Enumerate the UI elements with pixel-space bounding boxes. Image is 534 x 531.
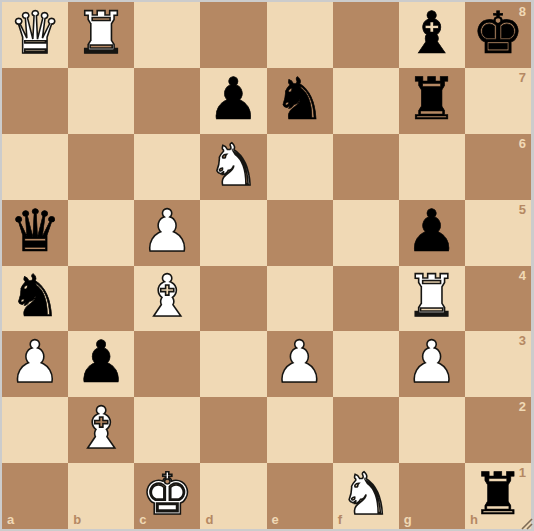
piece-white-king[interactable]: ♚ <box>141 465 193 523</box>
piece-white-rook[interactable]: ♜ <box>75 4 127 62</box>
square-e8[interactable] <box>267 2 333 68</box>
square-f6[interactable] <box>333 134 399 200</box>
piece-black-queen[interactable]: ♛ <box>9 202 61 260</box>
square-a6[interactable] <box>2 134 68 200</box>
resize-handle-icon[interactable] <box>519 516 533 530</box>
rank-label-7: 7 <box>519 71 526 84</box>
piece-black-king[interactable]: ♚ <box>472 4 524 62</box>
square-b8[interactable]: ♜ <box>68 2 134 68</box>
square-e5[interactable] <box>267 200 333 266</box>
square-c3[interactable] <box>134 331 200 397</box>
square-h6[interactable]: 6 <box>465 134 531 200</box>
square-a4[interactable]: ♞ <box>2 266 68 332</box>
piece-white-knight[interactable]: ♞ <box>340 465 392 523</box>
piece-white-pawn[interactable]: ♟ <box>9 333 61 391</box>
square-a7[interactable] <box>2 68 68 134</box>
file-label-g: g <box>404 513 412 526</box>
square-a8[interactable]: ♛ <box>2 2 68 68</box>
square-g6[interactable] <box>399 134 465 200</box>
square-d5[interactable] <box>200 200 266 266</box>
square-c2[interactable] <box>134 397 200 463</box>
rank-label-4: 4 <box>519 269 526 282</box>
file-label-b: b <box>73 513 81 526</box>
square-f2[interactable] <box>333 397 399 463</box>
piece-white-rook[interactable]: ♜ <box>406 267 458 325</box>
piece-black-rook[interactable]: ♜ <box>406 70 458 128</box>
square-g1[interactable]: g <box>399 463 465 529</box>
piece-white-pawn[interactable]: ♟ <box>141 202 193 260</box>
square-f7[interactable] <box>333 68 399 134</box>
square-g7[interactable]: ♜ <box>399 68 465 134</box>
square-g4[interactable]: ♜ <box>399 266 465 332</box>
piece-black-bishop[interactable]: ♝ <box>406 4 458 62</box>
square-e4[interactable] <box>267 266 333 332</box>
square-b5[interactable] <box>68 200 134 266</box>
square-b1[interactable]: b <box>68 463 134 529</box>
square-d4[interactable] <box>200 266 266 332</box>
piece-black-pawn[interactable]: ♟ <box>207 70 259 128</box>
chess-board: ♛♜♝♚8♟♞♜7♞6♛♟♟5♞♝♜4♟♟♟♟3♝2ab♚cde♞fg♜1h <box>2 2 531 529</box>
square-g2[interactable] <box>399 397 465 463</box>
piece-white-bishop[interactable]: ♝ <box>141 267 193 325</box>
square-h4[interactable]: 4 <box>465 266 531 332</box>
square-h8[interactable]: ♚8 <box>465 2 531 68</box>
square-a3[interactable]: ♟ <box>2 331 68 397</box>
rank-label-3: 3 <box>519 334 526 347</box>
square-b4[interactable] <box>68 266 134 332</box>
piece-white-queen[interactable]: ♛ <box>9 4 61 62</box>
square-d8[interactable] <box>200 2 266 68</box>
square-g8[interactable]: ♝ <box>399 2 465 68</box>
square-b7[interactable] <box>68 68 134 134</box>
square-d6[interactable]: ♞ <box>200 134 266 200</box>
square-c6[interactable] <box>134 134 200 200</box>
square-h7[interactable]: 7 <box>465 68 531 134</box>
square-g3[interactable]: ♟ <box>399 331 465 397</box>
square-h5[interactable]: 5 <box>465 200 531 266</box>
square-a5[interactable]: ♛ <box>2 200 68 266</box>
piece-white-pawn[interactable]: ♟ <box>274 333 326 391</box>
square-c7[interactable] <box>134 68 200 134</box>
piece-black-pawn[interactable]: ♟ <box>75 333 127 391</box>
piece-black-pawn[interactable]: ♟ <box>406 202 458 260</box>
square-d1[interactable]: d <box>200 463 266 529</box>
square-a2[interactable] <box>2 397 68 463</box>
piece-black-knight[interactable]: ♞ <box>9 267 61 325</box>
square-d3[interactable] <box>200 331 266 397</box>
square-d7[interactable]: ♟ <box>200 68 266 134</box>
square-b2[interactable]: ♝ <box>68 397 134 463</box>
rank-label-2: 2 <box>519 400 526 413</box>
square-b3[interactable]: ♟ <box>68 331 134 397</box>
square-a1[interactable]: a <box>2 463 68 529</box>
square-d2[interactable] <box>200 397 266 463</box>
square-f4[interactable] <box>333 266 399 332</box>
square-g5[interactable]: ♟ <box>399 200 465 266</box>
piece-white-pawn[interactable]: ♟ <box>406 333 458 391</box>
square-f3[interactable] <box>333 331 399 397</box>
piece-white-bishop[interactable]: ♝ <box>75 399 127 457</box>
rank-label-6: 6 <box>519 137 526 150</box>
square-c4[interactable]: ♝ <box>134 266 200 332</box>
board-frame: ♛♜♝♚8♟♞♜7♞6♛♟♟5♞♝♜4♟♟♟♟3♝2ab♚cde♞fg♜1h <box>0 0 534 531</box>
file-label-e: e <box>272 513 279 526</box>
square-e3[interactable]: ♟ <box>267 331 333 397</box>
file-label-a: a <box>7 513 14 526</box>
piece-white-knight[interactable]: ♞ <box>207 136 259 194</box>
piece-black-rook[interactable]: ♜ <box>472 465 524 523</box>
square-f8[interactable] <box>333 2 399 68</box>
square-h3[interactable]: 3 <box>465 331 531 397</box>
rank-label-5: 5 <box>519 203 526 216</box>
square-e1[interactable]: e <box>267 463 333 529</box>
square-e2[interactable] <box>267 397 333 463</box>
square-c8[interactable] <box>134 2 200 68</box>
piece-black-knight[interactable]: ♞ <box>274 70 326 128</box>
square-e7[interactable]: ♞ <box>267 68 333 134</box>
square-f1[interactable]: ♞f <box>333 463 399 529</box>
square-f5[interactable] <box>333 200 399 266</box>
file-label-d: d <box>205 513 213 526</box>
square-h2[interactable]: 2 <box>465 397 531 463</box>
square-b6[interactable] <box>68 134 134 200</box>
square-e6[interactable] <box>267 134 333 200</box>
square-c1[interactable]: ♚c <box>134 463 200 529</box>
square-c5[interactable]: ♟ <box>134 200 200 266</box>
